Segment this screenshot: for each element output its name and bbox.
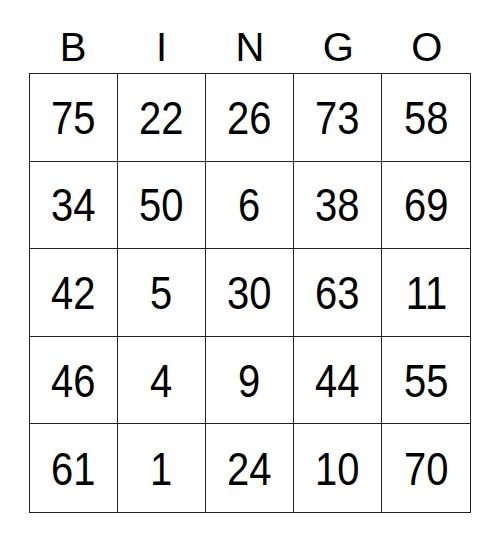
bingo-cell-r3c2[interactable]: 5	[118, 249, 206, 337]
column-letter-i: I	[117, 20, 205, 73]
bingo-cell-r5c1[interactable]: 61	[30, 424, 118, 512]
cell-number: 9	[238, 357, 260, 404]
cell-number: 70	[404, 445, 448, 492]
cell-number: 1	[150, 445, 172, 492]
bingo-board: 75 22 26 73 58 34 50 6 38 69 42 5 30 63 …	[29, 73, 471, 513]
cell-number: 5	[150, 269, 172, 316]
bingo-cell-r1c2[interactable]: 22	[118, 74, 206, 162]
bingo-cell-r5c2[interactable]: 1	[118, 424, 206, 512]
cell-number: 69	[404, 181, 448, 228]
cell-number: 24	[227, 445, 271, 492]
bingo-cell-r1c5[interactable]: 58	[382, 74, 470, 162]
cell-number: 26	[227, 94, 271, 141]
bingo-card: B I N G O 75 22 26 73 58 34 50 6 38 69 4…	[29, 0, 471, 513]
bingo-cell-r3c1[interactable]: 42	[30, 249, 118, 337]
cell-number: 50	[139, 181, 183, 228]
bingo-cell-r4c5[interactable]: 55	[382, 337, 470, 425]
bingo-cell-r3c4[interactable]: 63	[294, 249, 382, 337]
bingo-cell-r1c1[interactable]: 75	[30, 74, 118, 162]
cell-number: 11	[405, 269, 446, 316]
bingo-cell-r4c3[interactable]: 9	[206, 337, 294, 425]
cell-number: 34	[51, 181, 95, 228]
cell-number: 42	[51, 269, 95, 316]
cell-number: 38	[315, 181, 359, 228]
column-letter-o: O	[383, 20, 471, 73]
cell-number: 63	[315, 269, 359, 316]
bingo-cell-r2c4[interactable]: 38	[294, 162, 382, 250]
bingo-cell-r2c2[interactable]: 50	[118, 162, 206, 250]
column-letter-n: N	[206, 20, 294, 73]
bingo-cell-r1c3[interactable]: 26	[206, 74, 294, 162]
cell-number: 75	[51, 94, 95, 141]
bingo-cell-r4c4[interactable]: 44	[294, 337, 382, 425]
bingo-cell-r3c3[interactable]: 30	[206, 249, 294, 337]
cell-number: 55	[404, 357, 448, 404]
cell-number: 10	[315, 445, 359, 492]
bingo-cell-r2c3[interactable]: 6	[206, 162, 294, 250]
bingo-cell-r4c2[interactable]: 4	[118, 337, 206, 425]
cell-number: 61	[51, 445, 95, 492]
bingo-cell-r5c4[interactable]: 10	[294, 424, 382, 512]
cell-number: 58	[404, 94, 448, 141]
bingo-cell-r1c4[interactable]: 73	[294, 74, 382, 162]
bingo-cell-r5c3[interactable]: 24	[206, 424, 294, 512]
cell-number: 46	[51, 357, 95, 404]
column-letter-b: B	[29, 20, 117, 73]
cell-number: 44	[315, 357, 359, 404]
bingo-cell-r4c1[interactable]: 46	[30, 337, 118, 425]
cell-number: 4	[150, 357, 172, 404]
column-letter-g: G	[294, 20, 382, 73]
bingo-cell-r2c1[interactable]: 34	[30, 162, 118, 250]
bingo-header-row: B I N G O	[29, 0, 471, 73]
cell-number: 30	[227, 269, 271, 316]
bingo-cell-r3c5[interactable]: 11	[382, 249, 470, 337]
cell-number: 73	[315, 94, 359, 141]
bingo-cell-r5c5[interactable]: 70	[382, 424, 470, 512]
cell-number: 6	[238, 181, 260, 228]
bingo-cell-r2c5[interactable]: 69	[382, 162, 470, 250]
cell-number: 22	[139, 94, 183, 141]
